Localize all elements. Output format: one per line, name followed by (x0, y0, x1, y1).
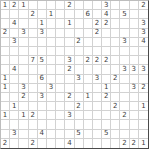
cell-r2c12-empty[interactable] (111, 19, 120, 28)
cell-r3c6-empty[interactable] (56, 29, 65, 38)
cell-r11c10-empty[interactable] (93, 102, 102, 111)
cell-r14c15-empty[interactable] (139, 130, 148, 139)
cell-r0c5-empty[interactable] (47, 1, 56, 10)
cell-r13c2-empty[interactable] (19, 120, 28, 129)
cell-r11c6-empty[interactable] (56, 102, 65, 111)
cell-r10c15-empty[interactable] (139, 93, 148, 102)
cell-r9c8-empty[interactable] (75, 84, 84, 93)
cell-r0c1-clue[interactable]: 2 (10, 1, 19, 10)
cell-r4c15-clue[interactable]: 4 (139, 38, 148, 47)
cell-r3c11-empty[interactable] (102, 29, 111, 38)
cell-r11c12-clue[interactable]: 2 (111, 102, 120, 111)
cell-r11c9-empty[interactable] (84, 102, 93, 111)
cell-r1c2-empty[interactable] (19, 10, 28, 19)
cell-r1c9-clue[interactable]: 6 (84, 10, 93, 19)
cell-r7c7-clue[interactable]: 2 (65, 65, 74, 74)
cell-r1c1-empty[interactable] (10, 10, 19, 19)
cell-r5c15-empty[interactable] (139, 47, 148, 56)
cell-r1c11-clue[interactable]: 4 (102, 10, 111, 19)
cell-r12c11-empty[interactable] (102, 111, 111, 120)
cell-r15c9-empty[interactable] (84, 139, 93, 148)
cell-r0c4-empty[interactable] (38, 1, 47, 10)
cell-r5c8-empty[interactable] (75, 47, 84, 56)
cell-r9c5-clue[interactable]: 3 (47, 84, 56, 93)
cell-r4c3-empty[interactable] (29, 38, 38, 47)
cell-r2c14-empty[interactable] (130, 19, 139, 28)
cell-r1c5-clue[interactable]: 1 (47, 10, 56, 19)
cell-r11c4-empty[interactable] (38, 102, 47, 111)
cell-r12c4-empty[interactable] (38, 111, 47, 120)
cell-r10c5-empty[interactable] (47, 93, 56, 102)
cell-r10c10-empty[interactable] (93, 93, 102, 102)
cell-r9c12-empty[interactable] (111, 84, 120, 93)
cell-r13c9-empty[interactable] (84, 120, 93, 129)
cell-r1c13-clue[interactable]: 5 (120, 10, 129, 19)
cell-r6c9-clue[interactable]: 2 (84, 56, 93, 65)
cell-r6c11-clue[interactable]: 2 (102, 56, 111, 65)
cell-r0c0-clue[interactable]: 1 (1, 1, 10, 10)
cell-r5c14-empty[interactable] (130, 47, 139, 56)
cell-r13c12-empty[interactable] (111, 120, 120, 129)
cell-r14c6-empty[interactable] (56, 130, 65, 139)
cell-r9c3-empty[interactable] (29, 84, 38, 93)
cell-r7c5-empty[interactable] (47, 65, 56, 74)
puzzle-grid: 1212322164541122323323323475322242333163… (0, 0, 149, 149)
cell-r2c3-empty[interactable] (29, 19, 38, 28)
cell-r15c12-empty[interactable] (111, 139, 120, 148)
cell-r6c15-empty[interactable] (139, 56, 148, 65)
cell-r13c5-empty[interactable] (47, 120, 56, 129)
cell-r6c4-clue[interactable]: 5 (38, 56, 47, 65)
cell-r12c13-clue[interactable]: 2 (120, 111, 129, 120)
cell-r15c13-clue[interactable]: 2 (120, 139, 129, 148)
cell-r14c7-empty[interactable] (65, 130, 74, 139)
cell-r10c4-clue[interactable]: 3 (38, 93, 47, 102)
cell-r7c13-clue[interactable]: 3 (120, 65, 129, 74)
cell-r4c14-empty[interactable] (130, 38, 139, 47)
cell-r12c15-empty[interactable] (139, 111, 148, 120)
cell-r0c9-empty[interactable] (84, 1, 93, 10)
cell-r15c8-empty[interactable] (75, 139, 84, 148)
cell-r4c7-empty[interactable] (65, 38, 74, 47)
cell-r8c7-empty[interactable] (65, 75, 74, 84)
cell-r12c8-empty[interactable] (75, 111, 84, 120)
cell-r10c13-empty[interactable] (120, 93, 129, 102)
cell-r10c3-empty[interactable] (29, 93, 38, 102)
cell-r7c9-empty[interactable] (84, 65, 93, 74)
cell-r14c1-clue[interactable]: 3 (10, 130, 19, 139)
cell-r13c15-empty[interactable] (139, 120, 148, 129)
cell-r15c11-empty[interactable] (102, 139, 111, 148)
cell-r4c6-empty[interactable] (56, 38, 65, 47)
cell-r4c5-empty[interactable] (47, 38, 56, 47)
cell-r0c2-clue[interactable]: 1 (19, 1, 28, 10)
cell-r4c8-clue[interactable]: 2 (75, 38, 84, 47)
cell-r11c15-clue[interactable]: 1 (139, 102, 148, 111)
cell-r4c0-empty[interactable] (1, 38, 10, 47)
cell-r0c12-empty[interactable] (111, 1, 120, 10)
cell-r0c3-empty[interactable] (29, 1, 38, 10)
cell-r11c2-empty[interactable] (19, 102, 28, 111)
cell-r9c15-clue[interactable]: 2 (139, 84, 148, 93)
cell-r5c12-empty[interactable] (111, 47, 120, 56)
cell-r5c9-empty[interactable] (84, 47, 93, 56)
cell-r13c14-empty[interactable] (130, 120, 139, 129)
cell-r3c4-clue[interactable]: 3 (38, 29, 47, 38)
cell-r8c8-clue[interactable]: 3 (75, 75, 84, 84)
cell-r4c1-clue[interactable]: 3 (10, 38, 19, 47)
cell-r10c1-empty[interactable] (10, 93, 19, 102)
cell-r12c7-clue[interactable]: 3 (65, 111, 74, 120)
cell-r6c1-empty[interactable] (10, 56, 19, 65)
cell-r10c14-empty[interactable] (130, 93, 139, 102)
cell-r14c10-empty[interactable] (93, 130, 102, 139)
cell-r2c5-empty[interactable] (47, 19, 56, 28)
cell-r8c3-empty[interactable] (29, 75, 38, 84)
cell-r5c4-empty[interactable] (38, 47, 47, 56)
cell-r10c6-empty[interactable] (56, 93, 65, 102)
cell-r3c0-clue[interactable]: 2 (1, 29, 10, 38)
cell-r3c12-empty[interactable] (111, 29, 120, 38)
cell-r15c15-clue[interactable]: 1 (139, 139, 148, 148)
cell-r11c11-empty[interactable] (102, 102, 111, 111)
cell-r1c15-empty[interactable] (139, 10, 148, 19)
cell-r5c0-empty[interactable] (1, 47, 10, 56)
cell-r7c2-empty[interactable] (19, 65, 28, 74)
cell-r9c6-empty[interactable] (56, 84, 65, 93)
cell-r9c10-empty[interactable] (93, 84, 102, 93)
cell-r7c1-clue[interactable]: 4 (10, 65, 19, 74)
cell-r0c7-clue[interactable]: 2 (65, 1, 74, 10)
cell-r15c6-empty[interactable] (56, 139, 65, 148)
cell-r0c10-empty[interactable] (93, 1, 102, 10)
cell-r3c2-clue[interactable]: 3 (19, 29, 28, 38)
cell-r3c10-clue[interactable]: 2 (93, 29, 102, 38)
cell-r6c2-empty[interactable] (19, 56, 28, 65)
cell-r8c4-clue[interactable]: 6 (38, 75, 47, 84)
cell-r14c11-clue[interactable]: 5 (102, 130, 111, 139)
cell-r5c11-empty[interactable] (102, 47, 111, 56)
cell-r8c9-empty[interactable] (84, 75, 93, 84)
cell-r12c10-empty[interactable] (93, 111, 102, 120)
cell-r13c10-empty[interactable] (93, 120, 102, 129)
cell-r14c2-empty[interactable] (19, 130, 28, 139)
cell-r12c9-empty[interactable] (84, 111, 93, 120)
cell-r14c8-clue[interactable]: 5 (75, 130, 84, 139)
cell-r12c0-clue[interactable]: 1 (1, 111, 10, 120)
cell-r8c6-empty[interactable] (56, 75, 65, 84)
cell-r15c14-clue[interactable]: 2 (130, 139, 139, 148)
puzzle-board-wrap: 1212322164541122323323323475322242333163… (0, 0, 150, 150)
cell-r6c13-empty[interactable] (120, 56, 129, 65)
cell-r14c4-clue[interactable]: 4 (38, 130, 47, 139)
cell-r0c15-clue[interactable]: 2 (139, 1, 148, 10)
cell-r0c6-empty[interactable] (56, 1, 65, 10)
cell-r11c13-empty[interactable] (120, 102, 129, 111)
cell-r1c8-empty[interactable] (75, 10, 84, 19)
cell-r10c11-clue[interactable]: 2 (102, 93, 111, 102)
cell-r15c5-empty[interactable] (47, 139, 56, 148)
cell-r1c3-clue[interactable]: 2 (29, 10, 38, 19)
cell-r8c1-empty[interactable] (10, 75, 19, 84)
cell-r13c7-empty[interactable] (65, 120, 74, 129)
cell-r5c13-empty[interactable] (120, 47, 129, 56)
cell-r4c12-empty[interactable] (111, 38, 120, 47)
cell-r15c3-clue[interactable]: 2 (29, 139, 38, 148)
cell-r4c4-empty[interactable] (38, 38, 47, 47)
cell-r10c0-empty[interactable] (1, 93, 10, 102)
cell-r8c13-empty[interactable] (120, 75, 129, 84)
cell-r9c0-clue[interactable]: 1 (1, 84, 10, 93)
cell-r11c5-empty[interactable] (47, 102, 56, 111)
cell-r10c8-empty[interactable] (75, 93, 84, 102)
cell-r10c12-empty[interactable] (111, 93, 120, 102)
cell-r6c12-empty[interactable] (111, 56, 120, 65)
cell-r3c14-empty[interactable] (130, 29, 139, 38)
cell-r4c10-empty[interactable] (93, 38, 102, 47)
cell-r12c12-empty[interactable] (111, 111, 120, 120)
cell-r12c3-clue[interactable]: 2 (29, 111, 38, 120)
cell-r7c15-clue[interactable]: 3 (139, 65, 148, 74)
cell-r14c13-empty[interactable] (120, 130, 129, 139)
cell-r10c9-clue[interactable]: 1 (84, 93, 93, 102)
cell-r14c3-empty[interactable] (29, 130, 38, 139)
cell-r6c3-clue[interactable]: 7 (29, 56, 38, 65)
cell-r10c2-clue[interactable]: 2 (19, 93, 28, 102)
cell-r6c14-empty[interactable] (130, 56, 139, 65)
cell-r5c7-empty[interactable] (65, 47, 74, 56)
cell-r15c10-empty[interactable] (93, 139, 102, 148)
cell-r6c6-empty[interactable] (56, 56, 65, 65)
cell-r13c6-empty[interactable] (56, 120, 65, 129)
cell-r9c13-empty[interactable] (120, 84, 129, 93)
cell-r11c1-clue[interactable]: 1 (10, 102, 19, 111)
cell-r0c8-empty[interactable] (75, 1, 84, 10)
cell-r7c14-clue[interactable]: 3 (130, 65, 139, 74)
cell-r5c1-empty[interactable] (10, 47, 19, 56)
cell-r5c10-empty[interactable] (93, 47, 102, 56)
cell-r15c7-clue[interactable]: 4 (65, 139, 74, 148)
cell-r2c7-clue[interactable]: 1 (65, 19, 74, 28)
cell-r5c6-empty[interactable] (56, 47, 65, 56)
cell-r7c3-empty[interactable] (29, 65, 38, 74)
cell-r15c4-empty[interactable] (38, 139, 47, 148)
cell-r6c8-empty[interactable] (75, 56, 84, 65)
cell-r9c1-empty[interactable] (10, 84, 19, 93)
cell-r3c7-empty[interactable] (65, 29, 74, 38)
cell-r6c0-empty[interactable] (1, 56, 10, 65)
cell-r8c10-clue[interactable]: 3 (93, 75, 102, 84)
cell-r3c9-empty[interactable] (84, 29, 93, 38)
cell-r2c13-empty[interactable] (120, 19, 129, 28)
cell-r6c10-clue[interactable]: 2 (93, 56, 102, 65)
cell-r2c9-empty[interactable] (84, 19, 93, 28)
cell-r2c1-clue[interactable]: 4 (10, 19, 19, 28)
cell-r5c5-empty[interactable] (47, 47, 56, 56)
cell-r1c0-empty[interactable] (1, 10, 10, 19)
cell-r12c1-empty[interactable] (10, 111, 19, 120)
cell-r1c7-empty[interactable] (65, 10, 74, 19)
cell-r7c11-empty[interactable] (102, 65, 111, 74)
cell-r1c14-empty[interactable] (130, 10, 139, 19)
cell-r1c10-empty[interactable] (93, 10, 102, 19)
cell-r4c2-empty[interactable] (19, 38, 28, 47)
cell-r10c7-clue[interactable]: 2 (65, 93, 74, 102)
cell-r6c5-empty[interactable] (47, 56, 56, 65)
cell-r4c13-clue[interactable]: 3 (120, 38, 129, 47)
cell-r13c3-empty[interactable] (29, 120, 38, 129)
cell-r2c8-empty[interactable] (75, 19, 84, 28)
cell-r11c14-empty[interactable] (130, 102, 139, 111)
cell-r0c14-empty[interactable] (130, 1, 139, 10)
cell-r12c6-empty[interactable] (56, 111, 65, 120)
cell-r8c12-clue[interactable]: 2 (111, 75, 120, 84)
cell-r11c3-empty[interactable] (29, 102, 38, 111)
cell-r14c9-empty[interactable] (84, 130, 93, 139)
cell-r12c5-empty[interactable] (47, 111, 56, 120)
cell-r1c6-empty[interactable] (56, 10, 65, 19)
cell-r2c11-clue[interactable]: 2 (102, 19, 111, 28)
cell-r4c9-empty[interactable] (84, 38, 93, 47)
cell-r15c2-empty[interactable] (19, 139, 28, 148)
cell-r0c11-clue[interactable]: 3 (102, 1, 111, 10)
cell-r12c2-clue[interactable]: 1 (19, 111, 28, 120)
cell-r14c5-empty[interactable] (47, 130, 56, 139)
cell-r0c13-empty[interactable] (120, 1, 129, 10)
cell-r7c6-empty[interactable] (56, 65, 65, 74)
cell-r2c6-empty[interactable] (56, 19, 65, 28)
cell-r15c1-empty[interactable] (10, 139, 19, 148)
cell-r1c4-empty[interactable] (38, 10, 47, 19)
cell-r6c7-clue[interactable]: 3 (65, 56, 74, 65)
cell-r5c2-empty[interactable] (19, 47, 28, 56)
cell-r11c8-clue[interactable]: 2 (75, 102, 84, 111)
cell-r13c0-empty[interactable] (1, 120, 10, 129)
cell-r4c11-empty[interactable] (102, 38, 111, 47)
cell-r13c13-empty[interactable] (120, 120, 129, 129)
cell-r1c12-empty[interactable] (111, 10, 120, 19)
cell-r14c14-empty[interactable] (130, 130, 139, 139)
cell-r12c14-empty[interactable] (130, 111, 139, 120)
cell-r9c14-clue[interactable]: 3 (130, 84, 139, 93)
cell-r11c7-empty[interactable] (65, 102, 74, 111)
cell-r14c0-empty[interactable] (1, 130, 10, 139)
cell-r5c3-empty[interactable] (29, 47, 38, 56)
cell-r14c12-empty[interactable] (111, 130, 120, 139)
cell-r15c0-clue[interactable]: 2 (1, 139, 10, 148)
cell-r3c5-empty[interactable] (47, 29, 56, 38)
cell-r11c0-empty[interactable] (1, 102, 10, 111)
cell-r3c3-empty[interactable] (29, 29, 38, 38)
